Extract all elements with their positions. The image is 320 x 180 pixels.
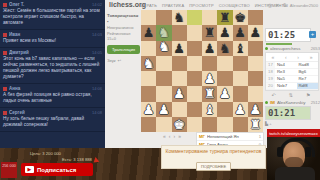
square-g2[interactable]: ♟ xyxy=(233,102,248,117)
square-f2[interactable] xyxy=(217,102,232,117)
piece-bB-g6[interactable]: ♝ xyxy=(234,41,246,56)
piece-wP-c3[interactable]: ♟ xyxy=(173,86,185,101)
twitch-url: twitch.tv/alexeyserovmaxx xyxy=(269,131,318,136)
board-nav-button[interactable]: ‹ xyxy=(169,133,171,139)
headphone-earcup-right xyxy=(305,147,311,157)
clock-time-bar xyxy=(266,43,292,45)
square-b4[interactable] xyxy=(156,71,171,86)
square-f7[interactable]: ♟ xyxy=(217,25,232,40)
square-c3[interactable]: ♟ xyxy=(172,86,187,101)
square-d7[interactable] xyxy=(187,25,202,40)
piece-bR-f8[interactable]: ♜ xyxy=(219,10,231,25)
chat-username: Сергей xyxy=(9,110,90,115)
move-nav-button[interactable]: « xyxy=(271,54,274,60)
move-white[interactable]: Nxb7 xyxy=(275,83,297,89)
chat-username: Олег Т. xyxy=(9,2,90,7)
action-icon[interactable]: ↶ xyxy=(272,92,276,98)
move-row: 18Re3Bg6 xyxy=(266,69,318,76)
chat-message: Сергей14:08Ну хоть белые пешку забрали, … xyxy=(0,108,105,132)
square-g8[interactable]: ♚ xyxy=(233,10,248,25)
board-nav-button[interactable]: » xyxy=(178,133,181,139)
sound-label: Звук xyxy=(107,58,116,63)
kibitzer-score: 1 xyxy=(259,134,261,139)
chat-username: Дмитрий xyxy=(9,50,90,55)
piece-wR-h1[interactable]: ♜ xyxy=(250,117,262,132)
game-side-panel: 01:25 + alexsuperchess 2653 «‹›» 17Na4Ra… xyxy=(265,28,320,126)
chat-text: Жест: Семён в большинстве партий на этом… xyxy=(3,8,102,26)
square-h2[interactable]: ♟ xyxy=(248,102,263,117)
chat-user-icon xyxy=(3,3,7,7)
square-e6[interactable]: ♟ xyxy=(202,41,217,56)
square-d6[interactable] xyxy=(187,41,202,56)
dragged-piece-N-b6[interactable]: ♞ xyxy=(158,39,170,54)
player-row-black[interactable]: alexsuperchess 2653 xyxy=(265,46,320,51)
move-row: 17Na4Rad8 xyxy=(266,62,318,69)
chat-timestamp: 14:02 xyxy=(92,2,102,7)
square-b1[interactable] xyxy=(156,117,171,132)
webcam-feed: twitch.tv/alexeyserovmaxx xyxy=(267,129,320,180)
piece-wP-e4[interactable]: ♟ xyxy=(204,71,216,86)
game-actions: ↶⇅⚑ xyxy=(265,91,317,99)
square-h1[interactable]: ♜ xyxy=(248,117,263,132)
action-icon[interactable]: ⇅ xyxy=(289,92,293,98)
chat-timestamp: 14:05 xyxy=(92,50,102,55)
square-b3[interactable] xyxy=(156,86,171,101)
square-e1[interactable] xyxy=(202,117,217,132)
current-text: Есть: 3 138 888 xyxy=(62,157,92,162)
streamer-shirt xyxy=(275,167,315,180)
chat-message: Дмитрий14:05Этот конь на b7 завис капита… xyxy=(0,48,105,84)
move-nav-button[interactable]: › xyxy=(297,54,299,60)
player-name-white[interactable]: AlexKanevskiy xyxy=(277,100,309,105)
square-d1[interactable] xyxy=(187,117,202,132)
piece-wB-e2[interactable]: ♝ xyxy=(204,102,216,117)
chat-message: Иван14:03Привет всем из Москвы! xyxy=(0,30,105,48)
commentary-banner: Комментирование турнира претендентов ПОД… xyxy=(161,145,266,169)
square-h3[interactable] xyxy=(248,86,263,101)
square-a5[interactable]: ♞ xyxy=(141,56,156,71)
kibitzer-row[interactable]: МГНепомнящий Ян1 xyxy=(197,133,263,141)
square-c2[interactable] xyxy=(172,102,187,117)
twitch-banner: twitch.tv/alexeyserovmaxx xyxy=(267,129,320,137)
square-a3[interactable] xyxy=(141,86,156,101)
move-number: 18 xyxy=(266,69,275,75)
square-h6[interactable] xyxy=(248,41,263,56)
chat-user-icon xyxy=(3,33,7,37)
piece-bP-a7[interactable]: ♟ xyxy=(143,25,155,40)
piece-wP-h2[interactable]: ♟ xyxy=(250,102,262,117)
square-d5[interactable] xyxy=(187,56,202,71)
square-f4[interactable] xyxy=(217,71,232,86)
square-a7[interactable]: ♟ xyxy=(141,25,156,40)
piece-wK-c1[interactable]: ♚ xyxy=(173,117,185,132)
move-nav-button[interactable]: ‹ xyxy=(285,54,287,60)
piece-wP-g2[interactable]: ♟ xyxy=(234,102,246,117)
square-c1[interactable]: ♚ xyxy=(172,117,187,132)
square-g1[interactable] xyxy=(233,117,248,132)
piece-bP-h7[interactable]: ♟ xyxy=(250,25,262,40)
square-c5[interactable] xyxy=(172,56,187,71)
stream-scene: Олег Т.14:02Жест: Семён в большинстве па… xyxy=(0,0,320,180)
move-list: «‹›» 17Na4Rad818Re3Bg619Na5Re720Nxb7Rdf8 xyxy=(265,52,319,91)
square-d4[interactable] xyxy=(187,71,202,86)
square-e7[interactable]: ♜ xyxy=(202,25,217,40)
square-c7[interactable] xyxy=(172,25,187,40)
chat-user-icon xyxy=(3,111,7,115)
move-row: 20Nxb7Rdf8 xyxy=(266,83,318,90)
chat-message: Анна14:06А без ферзей позиция всё равно … xyxy=(0,84,105,108)
move-black[interactable]: Bg6 xyxy=(297,69,319,75)
move-number: 19 xyxy=(266,76,275,82)
chat-username: Анна xyxy=(9,86,90,91)
chat-user-icon xyxy=(3,51,7,55)
subscriber-count-badge: 256 000 xyxy=(1,162,17,178)
chat-username: Иван xyxy=(9,32,90,37)
game-info-line: Рейтинговая 15+0 xyxy=(107,31,140,42)
board-nav-button[interactable]: › xyxy=(173,133,175,139)
piece-bN-f6[interactable]: ♞ xyxy=(219,41,231,56)
chat-user-icon xyxy=(3,87,7,91)
square-h7[interactable]: ♟ xyxy=(248,25,263,40)
chat-timestamp: 14:08 xyxy=(92,110,102,115)
player-rating-white: 2512 xyxy=(311,100,320,105)
stream-chat-panel: Олег Т.14:02Жест: Семён в большинстве па… xyxy=(0,0,105,148)
square-f5[interactable] xyxy=(217,56,232,71)
square-e2[interactable]: ♝ xyxy=(202,102,217,117)
piece-bP-e6[interactable]: ♟ xyxy=(204,41,216,56)
square-f6[interactable]: ♞ xyxy=(217,41,232,56)
move-black[interactable]: Re7 xyxy=(297,76,319,82)
chat-timestamp: 14:06 xyxy=(92,86,102,91)
move-number: 17 xyxy=(266,62,275,68)
analysis-icons[interactable]: ▙ + xyxy=(265,121,320,126)
square-g5[interactable] xyxy=(233,56,248,71)
move-white[interactable]: Re3 xyxy=(275,69,297,75)
game-info-panel: Товарищеская • Неограничено Рейтинговая … xyxy=(107,13,140,63)
move-white[interactable]: Na4 xyxy=(275,62,297,68)
piece-bP-g7[interactable]: ♟ xyxy=(234,25,246,40)
close-icon[interactable]: ✕ xyxy=(275,2,279,8)
piece-bP-f7[interactable]: ♟ xyxy=(219,25,231,40)
square-a1[interactable] xyxy=(141,117,156,132)
square-e5[interactable] xyxy=(202,56,217,71)
square-a2[interactable]: ♟ xyxy=(141,102,156,117)
move-rows: 17Na4Rad818Re3Bg619Na5Re720Nxb7Rdf8 xyxy=(266,62,318,90)
piece-wR-e3[interactable]: ♜ xyxy=(204,86,216,101)
square-g3[interactable] xyxy=(233,86,248,101)
piece-bK-g8[interactable]: ♚ xyxy=(234,10,246,25)
top-nav: ИГРАТЬПРАКТИКАПРОСМОТРСООБЩЕСТВОИНСТРУМЕ… xyxy=(141,3,288,8)
subscribe-button[interactable]: ▶ Подписаться xyxy=(21,163,93,176)
move-white[interactable]: Na5 xyxy=(275,76,297,82)
square-f1[interactable] xyxy=(217,117,232,132)
move-number: 20 xyxy=(266,83,275,89)
square-b8[interactable] xyxy=(156,10,171,25)
board-nav-strip: «‹›» xyxy=(163,133,181,139)
square-e4[interactable]: ♟ xyxy=(202,71,217,86)
square-b5[interactable] xyxy=(156,56,171,71)
chat-text: А без ферзей позиция всё равно острая, л… xyxy=(3,92,102,104)
nav-item[interactable]: ИГРАТЬ xyxy=(141,3,157,8)
chat-text: Этот конь на b7 завис капитально — если … xyxy=(3,56,102,80)
piece-wP-f3[interactable]: ♟ xyxy=(219,86,231,101)
headphone-earcup-left xyxy=(277,147,283,157)
piece-bN-c8[interactable]: ♞ xyxy=(173,10,185,25)
square-d8[interactable] xyxy=(187,10,202,25)
sound-toggle[interactable]: Звук ↩ xyxy=(107,58,140,63)
square-f3[interactable]: ♟ xyxy=(217,86,232,101)
piece-wP-b2[interactable]: ♟ xyxy=(158,102,170,117)
search-icon[interactable]: ◎ xyxy=(268,2,272,8)
player-rating-black: 2653 xyxy=(311,46,320,51)
square-g6[interactable]: ♝ xyxy=(233,41,248,56)
square-h8[interactable] xyxy=(248,10,263,25)
chess-board[interactable]: ♞♜♚♟♞♜♟♟♟♟♟♞♝♞♟♟♜♟♟♟♝♟♟♚♜♞ xyxy=(141,10,263,132)
piece-bP-c6[interactable]: ♟ xyxy=(173,41,185,56)
nav-item[interactable]: ПРОСМОТР xyxy=(189,3,214,8)
square-f8[interactable]: ♜ xyxy=(217,10,232,25)
clock-white-running: 01:21 xyxy=(265,106,311,120)
kibitzer-title: МГ xyxy=(199,134,205,139)
square-b2[interactable]: ♟ xyxy=(156,102,171,117)
clock-black: 01:25 xyxy=(265,28,311,42)
square-a6[interactable] xyxy=(141,41,156,56)
square-c8[interactable]: ♞ xyxy=(172,10,187,25)
piece-bR-e7[interactable]: ♜ xyxy=(204,25,216,40)
move-nav-button[interactable]: » xyxy=(310,54,313,60)
banner-details-button[interactable]: ПОДРОБНЕЕ xyxy=(196,162,231,171)
chat-messages: Олег Т.14:02Жест: Семён в большинстве па… xyxy=(0,0,105,132)
chat-timestamp: 14:03 xyxy=(92,32,102,37)
banner-text: Комментирование турнира претендентов xyxy=(162,148,265,154)
online-dot xyxy=(265,101,268,104)
subscribe-zone: Цель: 3 200 000 Есть: 3 138 888 256 000 … xyxy=(0,148,110,180)
nav-item[interactable]: СООБЩЕСТВО xyxy=(219,3,250,8)
piece-wN-a5[interactable]: ♞ xyxy=(143,56,155,71)
gear-icon[interactable]: ⚙ xyxy=(282,2,286,8)
player-row-white[interactable]: IM AlexKanevskiy 2512 xyxy=(265,100,320,105)
square-g7[interactable]: ♟ xyxy=(233,25,248,40)
action-icon[interactable]: ⚑ xyxy=(306,92,310,98)
logged-in-username[interactable]: Alexander2500 xyxy=(290,3,318,8)
youtube-play-icon: ▶ xyxy=(25,166,34,173)
square-e8[interactable] xyxy=(202,10,217,25)
player-name-black[interactable]: alexsuperchess xyxy=(270,46,309,51)
square-e3[interactable]: ♜ xyxy=(202,86,217,101)
square-g4[interactable] xyxy=(233,71,248,86)
player-title-white: IM xyxy=(270,100,275,105)
kibitzer-name: Непомнящий Ян xyxy=(207,134,257,139)
square-a8[interactable] xyxy=(141,10,156,25)
move-nav: «‹›» xyxy=(266,53,318,62)
move-row: 19Na5Re7 xyxy=(266,76,318,83)
game-type-label: Товарищеская • xyxy=(107,13,140,25)
square-h5[interactable] xyxy=(248,56,263,71)
square-d3[interactable] xyxy=(187,86,202,101)
nav-item[interactable]: ПРАКТИКА xyxy=(162,3,184,8)
square-h4[interactable] xyxy=(248,71,263,86)
square-a4[interactable] xyxy=(141,71,156,86)
square-d2[interactable] xyxy=(187,102,202,117)
square-c6[interactable]: ♟ xyxy=(172,41,187,56)
move-black[interactable]: Rad8 xyxy=(297,62,319,68)
more-time-button[interactable]: + xyxy=(309,31,316,38)
square-c4[interactable] xyxy=(172,71,187,86)
subscribe-label: Подписаться xyxy=(37,167,76,173)
board-nav-button[interactable]: « xyxy=(163,133,166,139)
goal-text: Цель: 3 200 000 xyxy=(30,151,61,156)
piece-wP-a2[interactable]: ♟ xyxy=(143,102,155,117)
lichess-window: lichess.org ИГРАТЬПРАКТИКАПРОСМОТРСООБЩЕ… xyxy=(105,0,320,148)
chat-message: Олег Т.14:02Жест: Семён в большинстве па… xyxy=(0,0,105,30)
reply-arrow-icon: ↩ xyxy=(118,58,122,63)
chat-text: Привет всем из Москвы! xyxy=(3,38,102,44)
move-black[interactable]: Rdf8 xyxy=(297,83,319,89)
chat-text: Ну хоть белые пешку забрали, давай дожим… xyxy=(3,116,102,128)
user-zone: ◎ ✕ ⚙ Alexander2500 xyxy=(268,2,318,8)
online-dot xyxy=(265,47,268,50)
broadcast-button[interactable]: Трансляция xyxy=(107,45,140,54)
